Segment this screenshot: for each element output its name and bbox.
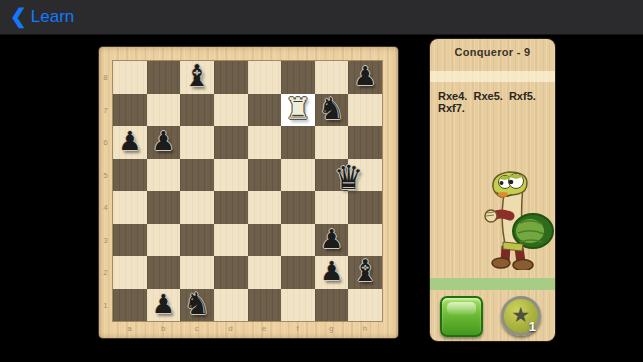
square-a8[interactable] [113, 61, 147, 94]
file-label-f: f [281, 324, 314, 333]
square-a4[interactable] [113, 191, 147, 224]
square-e3[interactable] [248, 224, 282, 257]
rank-label-1: 1 [99, 300, 112, 309]
square-d4[interactable] [214, 191, 248, 224]
turtle-mascot-image [482, 170, 554, 270]
white-rook-f7[interactable]: ♜ [284, 94, 311, 124]
chess-board-frame: ♝♟♜♞♟♟♛♟♟♝♟♞ 87654321 abcdefgh [99, 47, 398, 338]
square-e6[interactable] [248, 126, 282, 159]
square-f2[interactable] [281, 256, 315, 289]
rank-label-5: 5 [99, 170, 112, 179]
square-f4[interactable] [281, 191, 315, 224]
rank-label-6: 6 [99, 138, 112, 147]
square-g1[interactable] [315, 289, 349, 322]
rank-label-2: 2 [99, 268, 112, 277]
square-h1[interactable] [348, 289, 382, 322]
black-knight-g7[interactable]: ♞ [318, 94, 345, 124]
square-e8[interactable] [248, 61, 282, 94]
square-c6[interactable] [180, 126, 214, 159]
square-a6[interactable]: ♟ [113, 126, 147, 159]
back-button[interactable]: ❮ Learn [10, 0, 74, 34]
square-g5[interactable]: ♛ [315, 159, 349, 192]
square-c3[interactable] [180, 224, 214, 257]
square-a1[interactable] [113, 289, 147, 322]
square-c5[interactable] [180, 159, 214, 192]
square-e5[interactable] [248, 159, 282, 192]
square-g2[interactable]: ♟ [315, 256, 349, 289]
black-queen-g5[interactable]: ♛ [334, 161, 364, 194]
black-pawn-b1[interactable]: ♟ [152, 291, 175, 317]
square-d7[interactable] [214, 94, 248, 127]
back-chevron-icon: ❮ [10, 6, 27, 26]
square-g3[interactable]: ♟ [315, 224, 349, 257]
square-e1[interactable] [248, 289, 282, 322]
chess-board[interactable]: ♝♟♜♞♟♟♛♟♟♝♟♞ [113, 61, 382, 321]
square-b1[interactable]: ♟ [147, 289, 181, 322]
square-h2[interactable]: ♝ [348, 256, 382, 289]
square-a3[interactable] [113, 224, 147, 257]
title-highlight-band [430, 71, 555, 82]
square-c8[interactable]: ♝ [180, 61, 214, 94]
square-a7[interactable] [113, 94, 147, 127]
square-f6[interactable] [281, 126, 315, 159]
square-e4[interactable] [248, 191, 282, 224]
square-b7[interactable] [147, 94, 181, 127]
star-count: 1 [529, 319, 536, 334]
black-bishop-c8[interactable]: ♝ [184, 62, 211, 92]
file-label-g: g [315, 324, 348, 333]
square-b4[interactable] [147, 191, 181, 224]
black-pawn-b6[interactable]: ♟ [152, 129, 175, 155]
square-b3[interactable] [147, 224, 181, 257]
square-b5[interactable] [147, 159, 181, 192]
square-g6[interactable] [315, 126, 349, 159]
square-f3[interactable] [281, 224, 315, 257]
puzzle-title: Conqueror - 9 [430, 46, 555, 58]
rank-label-4: 4 [99, 203, 112, 212]
file-label-e: e [248, 324, 281, 333]
navigation-bar: ❮ Learn [0, 0, 643, 35]
square-d1[interactable] [214, 289, 248, 322]
file-label-h: h [348, 324, 381, 333]
square-h8[interactable]: ♟ [348, 61, 382, 94]
stars-badge-button[interactable]: ★ 1 [501, 296, 541, 336]
square-b6[interactable]: ♟ [147, 126, 181, 159]
square-g8[interactable] [315, 61, 349, 94]
file-label-a: a [113, 324, 146, 333]
square-c1[interactable]: ♞ [180, 289, 214, 322]
square-a5[interactable] [113, 159, 147, 192]
square-h7[interactable] [348, 94, 382, 127]
square-f8[interactable] [281, 61, 315, 94]
square-g7[interactable]: ♞ [315, 94, 349, 127]
square-a2[interactable] [113, 256, 147, 289]
square-c4[interactable] [180, 191, 214, 224]
black-knight-c1[interactable]: ♞ [184, 289, 211, 319]
panel-button-row: ★ 1 [430, 294, 555, 341]
square-b2[interactable] [147, 256, 181, 289]
black-pawn-g3[interactable]: ♟ [320, 226, 343, 252]
square-d6[interactable] [214, 126, 248, 159]
star-icon: ★ [511, 305, 530, 326]
square-h3[interactable] [348, 224, 382, 257]
solution-moves-text: Rxe4. Rxe5. Rxf5. Rxf7. [438, 90, 550, 114]
square-f7[interactable]: ♜ [281, 94, 315, 127]
panel-divider-band [430, 278, 555, 290]
black-pawn-a6[interactable]: ♟ [118, 129, 141, 155]
square-d3[interactable] [214, 224, 248, 257]
continue-board-button[interactable] [440, 296, 483, 337]
square-b8[interactable] [147, 61, 181, 94]
square-d5[interactable] [214, 159, 248, 192]
file-label-c: c [180, 324, 213, 333]
black-pawn-g2[interactable]: ♟ [320, 259, 343, 285]
square-d2[interactable] [214, 256, 248, 289]
app-screen: ❮ Learn ♝♟♜♞♟♟♛♟♟♝♟♞ 87654321 abcdefgh C… [0, 0, 643, 362]
square-d8[interactable] [214, 61, 248, 94]
square-e7[interactable] [248, 94, 282, 127]
rank-label-3: 3 [99, 235, 112, 244]
square-f5[interactable] [281, 159, 315, 192]
black-pawn-h8[interactable]: ♟ [354, 64, 377, 90]
square-h6[interactable] [348, 126, 382, 159]
black-bishop-h2[interactable]: ♝ [352, 257, 379, 287]
back-button-label: Learn [31, 7, 74, 27]
square-c7[interactable] [180, 94, 214, 127]
square-f1[interactable] [281, 289, 315, 322]
rank-label-8: 8 [99, 73, 112, 82]
lesson-side-panel: Conqueror - 9 Rxe4. Rxe5. Rxf5. Rxf7. [430, 39, 555, 341]
square-e2[interactable] [248, 256, 282, 289]
file-label-d: d [214, 324, 247, 333]
square-c2[interactable] [180, 256, 214, 289]
file-label-b: b [147, 324, 180, 333]
button-gloss [447, 302, 476, 315]
rank-label-7: 7 [99, 105, 112, 114]
